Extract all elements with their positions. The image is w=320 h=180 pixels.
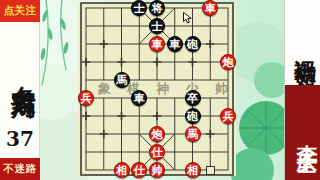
piece-red-車[interactable]: 車 (149, 36, 165, 52)
video-thumbnail[interactable]: 象 棋 神 少 帅 士将車士車車砲炮馬兵車卒砲兵炮馬仕相仕帅相 点关注 名家对局… (0, 0, 320, 180)
piece-red-馬[interactable]: 馬 (185, 126, 201, 142)
piece-black-馬[interactable]: 馬 (114, 72, 130, 88)
piece-red-相[interactable]: 相 (114, 162, 130, 178)
piece-red-帅[interactable]: 帅 (149, 162, 165, 178)
pieces-layer: 士将車士車車砲炮馬兵車卒砲兵炮馬仕相仕帅相 (78, 2, 236, 176)
xiangqi-board: 象 棋 神 少 帅 士将車士車車砲炮馬兵車卒砲兵炮馬仕相仕帅相 (78, 2, 236, 176)
piece-red-兵[interactable]: 兵 (220, 108, 236, 124)
piece-black-士[interactable]: 士 (149, 18, 165, 34)
piece-red-炮[interactable]: 炮 (149, 126, 165, 142)
piece-black-砲[interactable]: 砲 (185, 36, 201, 52)
piece-black-車[interactable]: 車 (131, 90, 147, 106)
piece-red-炮[interactable]: 炮 (220, 54, 236, 70)
piece-red-相[interactable]: 相 (185, 162, 201, 178)
player-name-bottom: 李庆全 (285, 91, 320, 177)
mouse-cursor-icon (183, 12, 193, 24)
piece-red-兵[interactable]: 兵 (78, 90, 94, 106)
piece-black-砲[interactable]: 砲 (185, 108, 201, 124)
piece-red-仕[interactable]: 仕 (131, 162, 147, 178)
piece-black-将[interactable]: 将 (149, 0, 165, 16)
piece-red-仕[interactable]: 仕 (149, 144, 165, 160)
piece-black-卒[interactable]: 卒 (185, 90, 201, 106)
series-title: 名家对局 (0, 15, 40, 129)
episode-number: 37 (0, 127, 40, 151)
piece-black-車[interactable]: 車 (167, 36, 183, 52)
piece-red-車[interactable]: 車 (202, 0, 218, 16)
player-name-bottom-block: 李庆全 (285, 85, 320, 180)
player-name-top: 冯敬茹 (285, 6, 320, 86)
dont-get-lost-badge: 不迷路 (0, 158, 40, 180)
right-text-panel: 冯敬茹 李庆全 (284, 0, 320, 180)
left-text-panel: 点关注 名家对局 37 不迷路 (0, 0, 40, 180)
piece-black-士[interactable]: 士 (131, 0, 147, 16)
